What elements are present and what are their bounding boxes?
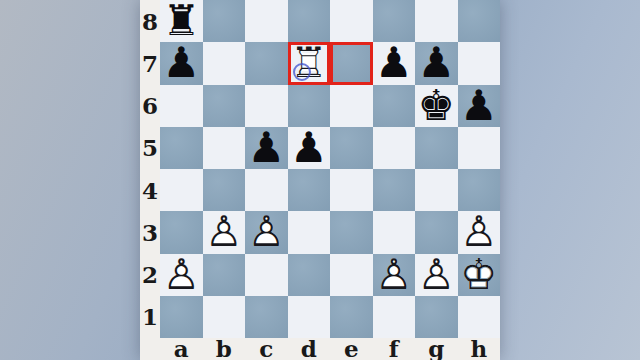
- square-g4[interactable]: [415, 169, 458, 211]
- square-e4[interactable]: [330, 169, 373, 211]
- move-annotation-circle: [293, 63, 311, 81]
- square-g8[interactable]: [415, 0, 458, 42]
- white-pawn-h3[interactable]: ♟♙: [458, 211, 501, 253]
- square-e8[interactable]: [330, 0, 373, 42]
- square-c7[interactable]: [245, 42, 288, 84]
- square-e6[interactable]: [330, 85, 373, 127]
- square-d7[interactable]: ♜♖: [288, 42, 331, 84]
- square-a2[interactable]: ♟♙: [160, 254, 203, 296]
- black-pawn-f7[interactable]: ♟: [373, 42, 416, 84]
- square-g5[interactable]: [415, 127, 458, 169]
- square-f2[interactable]: ♟♙: [373, 254, 416, 296]
- square-a4[interactable]: [160, 169, 203, 211]
- square-d5[interactable]: ♟: [288, 127, 331, 169]
- rank-label-2: 2: [140, 254, 160, 296]
- square-e1[interactable]: [330, 296, 373, 338]
- square-d1[interactable]: [288, 296, 331, 338]
- square-c3[interactable]: ♟♙: [245, 211, 288, 253]
- square-a6[interactable]: [160, 85, 203, 127]
- square-b8[interactable]: [203, 0, 246, 42]
- file-label-b: b: [203, 338, 246, 360]
- file-label-h: h: [458, 338, 501, 360]
- black-pawn-icon: ♟: [373, 42, 416, 84]
- file-label-d: d: [288, 338, 331, 360]
- rank-label-8: 8: [140, 0, 160, 42]
- square-h2[interactable]: ♚♔: [458, 254, 501, 296]
- black-king-icon: ♚: [415, 85, 458, 127]
- black-pawn-g7[interactable]: ♟: [415, 42, 458, 84]
- square-h3[interactable]: ♟♙: [458, 211, 501, 253]
- white-pawn-icon: ♙: [458, 211, 501, 253]
- square-h6[interactable]: ♟: [458, 85, 501, 127]
- square-a8[interactable]: ♜: [160, 0, 203, 42]
- square-c1[interactable]: [245, 296, 288, 338]
- chess-board-panel: 87654321 ♜♟♜♖♟♟♚♟♟♟♟♙♟♙♟♙♟♙♟♙♟♙♚♔ abcdef…: [140, 0, 500, 360]
- square-f8[interactable]: [373, 0, 416, 42]
- white-pawn-icon: ♙: [373, 254, 416, 296]
- square-f5[interactable]: [373, 127, 416, 169]
- page-background: 87654321 ♜♟♜♖♟♟♚♟♟♟♟♙♟♙♟♙♟♙♟♙♟♙♚♔ abcdef…: [0, 0, 640, 360]
- black-rook-a8[interactable]: ♜: [160, 0, 203, 42]
- rank-label-5: 5: [140, 127, 160, 169]
- black-pawn-icon: ♟: [160, 42, 203, 84]
- square-g7[interactable]: ♟: [415, 42, 458, 84]
- square-c6[interactable]: [245, 85, 288, 127]
- black-pawn-d5[interactable]: ♟: [288, 127, 331, 169]
- square-g6[interactable]: ♚: [415, 85, 458, 127]
- rank-label-3: 3: [140, 211, 160, 253]
- square-d3[interactable]: [288, 211, 331, 253]
- square-g3[interactable]: [415, 211, 458, 253]
- black-pawn-icon: ♟: [458, 85, 501, 127]
- square-b3[interactable]: ♟♙: [203, 211, 246, 253]
- square-f7[interactable]: ♟: [373, 42, 416, 84]
- white-pawn-g2[interactable]: ♟♙: [415, 254, 458, 296]
- rank-label-7: 7: [140, 42, 160, 84]
- white-pawn-f2[interactable]: ♟♙: [373, 254, 416, 296]
- black-pawn-icon: ♟: [288, 127, 331, 169]
- square-c8[interactable]: [245, 0, 288, 42]
- square-a7[interactable]: ♟: [160, 42, 203, 84]
- square-h4[interactable]: [458, 169, 501, 211]
- square-e2[interactable]: [330, 254, 373, 296]
- rank-label-4: 4: [140, 169, 160, 211]
- white-pawn-icon: ♙: [160, 254, 203, 296]
- white-rook-icon: ♖: [288, 42, 331, 84]
- square-d4[interactable]: [288, 169, 331, 211]
- black-king-g6[interactable]: ♚: [415, 85, 458, 127]
- file-label-e: e: [330, 338, 373, 360]
- white-pawn-icon: ♙: [415, 254, 458, 296]
- white-pawn-icon: ♙: [245, 211, 288, 253]
- square-c5[interactable]: ♟: [245, 127, 288, 169]
- square-b1[interactable]: [203, 296, 246, 338]
- square-g2[interactable]: ♟♙: [415, 254, 458, 296]
- square-h7[interactable]: [458, 42, 501, 84]
- square-b7[interactable]: [203, 42, 246, 84]
- file-label-c: c: [245, 338, 288, 360]
- square-e5[interactable]: [330, 127, 373, 169]
- square-d8[interactable]: [288, 0, 331, 42]
- square-a5[interactable]: [160, 127, 203, 169]
- square-b2[interactable]: [203, 254, 246, 296]
- square-f4[interactable]: [373, 169, 416, 211]
- square-b5[interactable]: [203, 127, 246, 169]
- file-labels: abcdefgh: [160, 338, 500, 360]
- square-h1[interactable]: [458, 296, 501, 338]
- square-c4[interactable]: [245, 169, 288, 211]
- square-b6[interactable]: [203, 85, 246, 127]
- square-h5[interactable]: [458, 127, 501, 169]
- file-label-g: g: [415, 338, 458, 360]
- square-d2[interactable]: [288, 254, 331, 296]
- chess-board[interactable]: ♜♟♜♖♟♟♚♟♟♟♟♙♟♙♟♙♟♙♟♙♟♙♚♔: [160, 0, 500, 338]
- white-king-icon: ♔: [458, 254, 501, 296]
- white-pawn-c3[interactable]: ♟♙: [245, 211, 288, 253]
- rank-label-1: 1: [140, 296, 160, 338]
- square-e7[interactable]: [330, 42, 373, 84]
- black-pawn-a7[interactable]: ♟: [160, 42, 203, 84]
- black-pawn-h6[interactable]: ♟: [458, 85, 501, 127]
- white-pawn-b3[interactable]: ♟♙: [203, 211, 246, 253]
- square-a3[interactable]: [160, 211, 203, 253]
- file-label-a: a: [160, 338, 203, 360]
- black-pawn-icon: ♟: [245, 127, 288, 169]
- rank-label-6: 6: [140, 85, 160, 127]
- black-rook-icon: ♜: [160, 0, 203, 42]
- black-pawn-icon: ♟: [415, 42, 458, 84]
- square-d6[interactable]: [288, 85, 331, 127]
- square-a1[interactable]: [160, 296, 203, 338]
- square-e3[interactable]: [330, 211, 373, 253]
- square-h8[interactable]: [458, 0, 501, 42]
- rank-labels: 87654321: [140, 0, 160, 338]
- square-f3[interactable]: [373, 211, 416, 253]
- square-f1[interactable]: [373, 296, 416, 338]
- white-pawn-icon: ♙: [203, 211, 246, 253]
- black-pawn-c5[interactable]: ♟: [245, 127, 288, 169]
- square-b4[interactable]: [203, 169, 246, 211]
- white-rook-d7[interactable]: ♜♖: [288, 42, 331, 84]
- square-c2[interactable]: [245, 254, 288, 296]
- file-label-f: f: [373, 338, 416, 360]
- white-pawn-a2[interactable]: ♟♙: [160, 254, 203, 296]
- white-king-h2[interactable]: ♚♔: [458, 254, 501, 296]
- square-f6[interactable]: [373, 85, 416, 127]
- square-g1[interactable]: [415, 296, 458, 338]
